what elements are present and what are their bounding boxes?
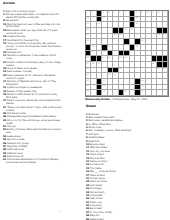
cell-number: 41 (86, 62, 88, 64)
clue-text: Director of 'Ballads' and more, star of … (6, 80, 56, 86)
cell-number: 12 (157, 11, 159, 13)
cell-number: 38 (108, 56, 110, 58)
down-clue-list: 1 Boatload2 Rain-soaked trail sight3 End… (86, 114, 168, 220)
cell-number: 11 (152, 11, 154, 13)
cell-number: 26 (157, 33, 159, 35)
cell-number: 44 (152, 62, 154, 64)
cell-number: 33 (92, 50, 94, 52)
cell-number: 2 (92, 11, 93, 13)
cell-number: 54 (141, 79, 143, 81)
cell-number: 21 (125, 28, 127, 30)
clue-text: Field's overlook, where the old scoreboa… (6, 99, 60, 105)
cell-number: 37 (103, 56, 105, 58)
clue-text: Grand contest of wits held yearly in the… (6, 61, 61, 67)
cell-number: 10 (146, 11, 148, 13)
cell-number: 13 (163, 11, 165, 13)
cell-number: 5 (114, 11, 115, 13)
cell-number: 28 (86, 39, 88, 41)
cell-number: 34 (103, 50, 105, 52)
cell-number: 15 (103, 16, 105, 18)
cell-number: 14 (86, 16, 88, 18)
cell-number: 35 (130, 50, 132, 52)
puzzle-credit: - © Dave Fisher, May 27, 2004 (110, 98, 147, 101)
cell-number: 39 (119, 56, 121, 58)
puzzle-title: Wednesday Riddle (85, 98, 110, 101)
cell-number: 1 (86, 11, 87, 13)
cell-number: 57 (141, 84, 143, 86)
cell-number: 27 (163, 33, 165, 35)
cell-number: 53 (103, 79, 105, 81)
cell-number: 6 (119, 11, 120, 13)
cell-number: 7 (125, 11, 126, 13)
cell-number: 19 (135, 22, 137, 24)
cell-number: 42 (92, 62, 94, 64)
cell-number: 18 (97, 22, 99, 24)
cell-number: 49 (86, 73, 88, 75)
cell-number: 61 (141, 90, 143, 92)
clue-text: Morning tale told over coffee and day-ol… (6, 23, 60, 29)
cell-number: 43 (97, 62, 99, 64)
cell-number: 4 (108, 11, 109, 13)
page-number: - 1 - (57, 210, 61, 213)
across-header: Across (3, 2, 62, 6)
puzzle-caption: Wednesday Riddle - © Dave Fisher, May 27… (85, 99, 170, 102)
clue-text: Oxford-educated author of children's fan… (6, 158, 59, 164)
clue-text: Grew pretense on TV; starred in 'Bonanza… (6, 74, 56, 80)
grid-cell (163, 90, 168, 96)
cell-number: 46 (119, 67, 121, 69)
cell-number: 20 (86, 28, 88, 30)
cell-number: 40 (125, 56, 127, 58)
cell-number: 59 (103, 90, 105, 92)
clue-text: Salad green (90, 218, 104, 220)
cell-number: 32 (135, 45, 137, 47)
cell-number: 3 (103, 11, 104, 13)
clue-text: Hit or cry for the end money, as an auct… (6, 119, 60, 125)
cell-number: 36 (86, 56, 88, 58)
cell-number: 48 (163, 67, 165, 69)
clue-text: "Like your hands on a January day withou… (6, 42, 61, 51)
cell-number: 47 (157, 67, 159, 69)
clue-text: Modern crafts shown at TV polls and coun… (6, 93, 57, 99)
clue-text: Bobby of hockey fame and his famous winn… (6, 128, 61, 134)
cell-number: 51 (114, 73, 116, 75)
clue: 61 Oxford-educated author of children's … (3, 159, 62, 165)
cell-number: 31 (108, 45, 110, 47)
cell-number: 9 (141, 11, 142, 13)
cell-number: 23 (86, 33, 88, 35)
cell-number: 22 (130, 28, 132, 30)
clue-text: Painted or patterned, it decorates a chi… (6, 54, 56, 60)
clue-text: "Does your back ache?" reply, with a shr… (6, 106, 62, 112)
cell-number: 50 (108, 73, 110, 75)
cell-number: 56 (103, 84, 105, 86)
cell-number: 30 (92, 45, 94, 47)
down-clues-column: Down 1 Boatload2 Rain-soaked trail sight… (86, 105, 168, 220)
cell-number: 52 (86, 79, 88, 81)
cell-number: 45 (86, 67, 88, 69)
clue: 50 Salad green (86, 219, 168, 220)
cell-number: 60 (125, 90, 127, 92)
across-clues-column: Across 1 Start of a counting rhyme3 Old-… (3, 2, 62, 166)
clue-text: Old-style bake sale treat, or a dessert … (5, 13, 59, 19)
clue-text: Bad grade: what you say when all of it g… (6, 29, 57, 35)
cell-number: 8 (135, 11, 136, 13)
cell-number: 17 (86, 22, 88, 24)
cell-number: 55 (86, 84, 88, 86)
cell-number: 25 (119, 33, 121, 35)
across-clue-list: 1 Start of a counting rhyme3 Old-style b… (3, 11, 62, 166)
cell-number: 16 (135, 16, 137, 18)
down-header: Down (86, 105, 168, 109)
cell-number: 29 (141, 39, 143, 41)
cell-number: 24 (114, 33, 116, 35)
crossword-grid: 1234567891011121314151617181920212223242… (85, 10, 169, 97)
cell-number: 58 (86, 90, 88, 92)
